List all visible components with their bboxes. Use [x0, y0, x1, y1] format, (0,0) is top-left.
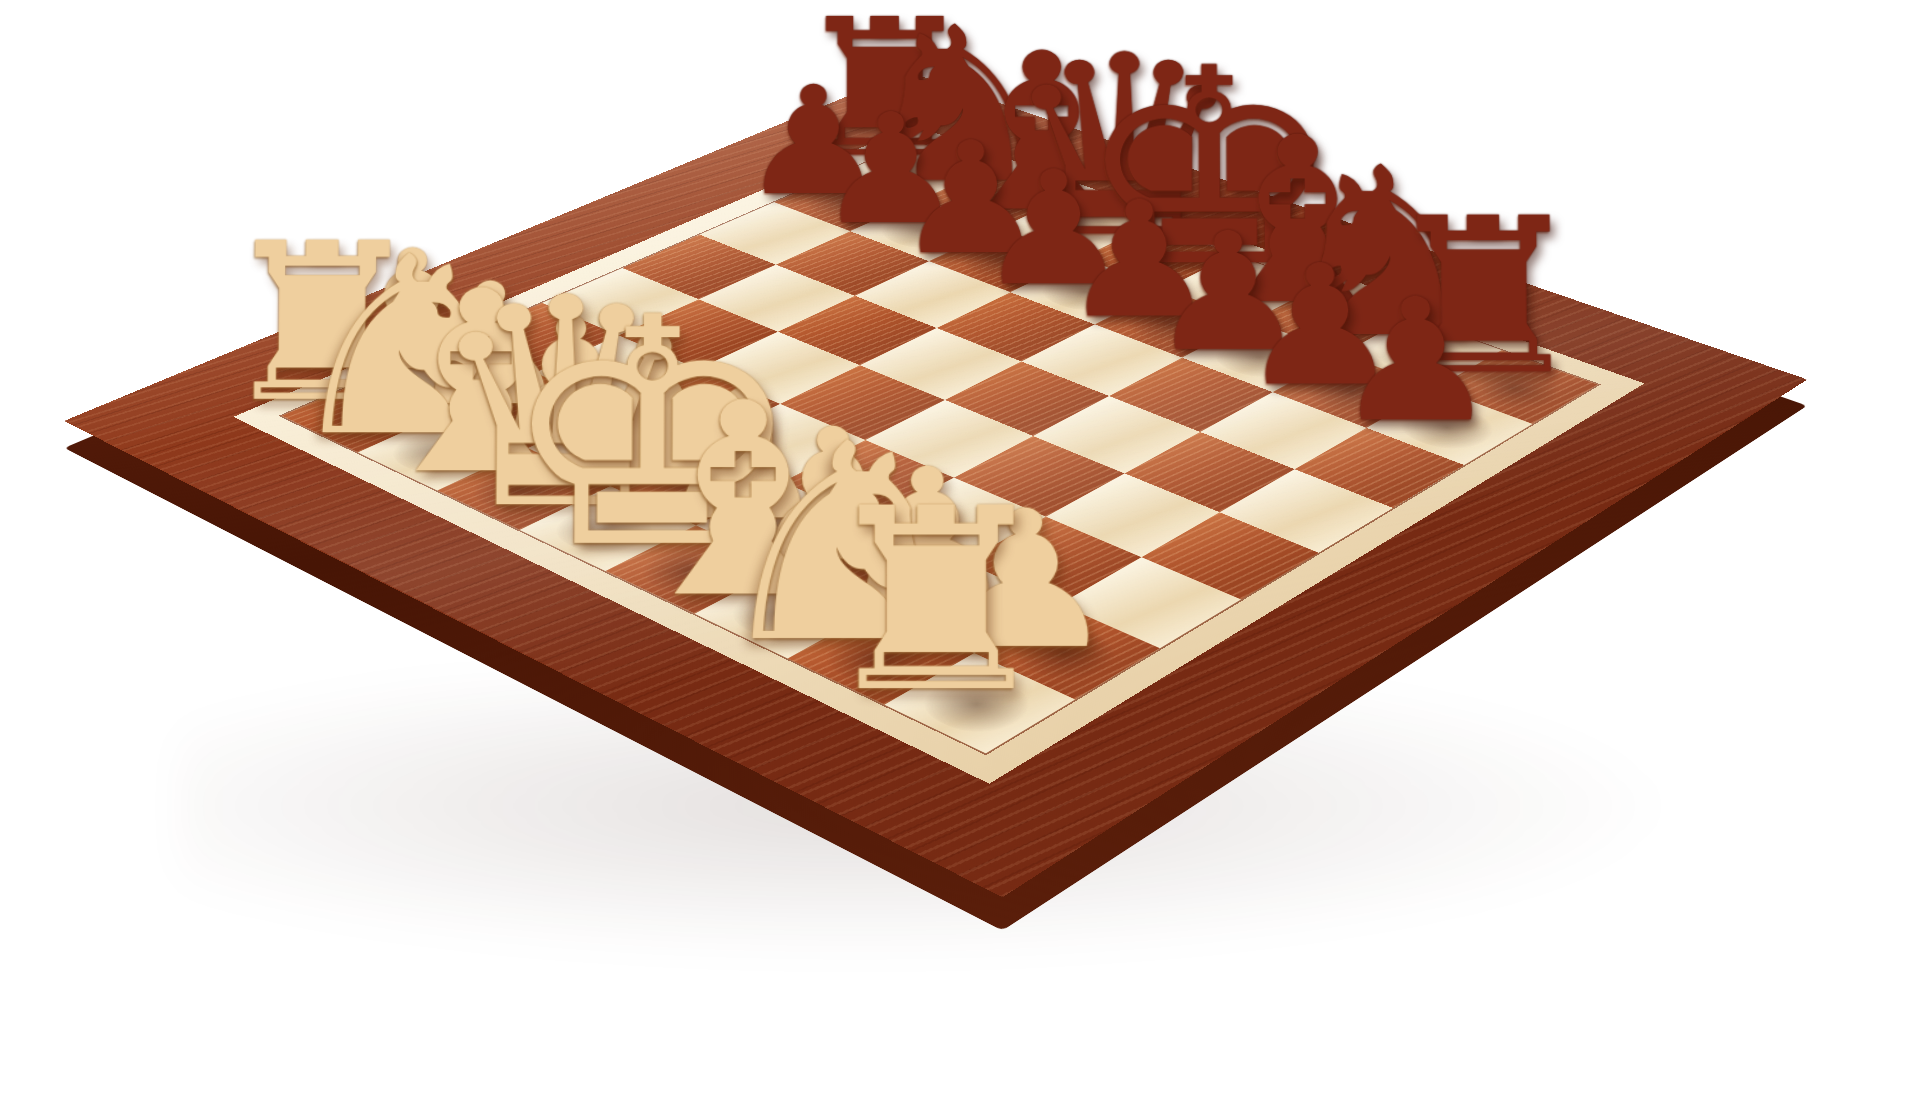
photo-backdrop: ♜♞♝♛♚♝♞♜♟♟♟♟♟♟♟♟♟♟♟♟♟♟♟♟♜♞♝♛♚♝♞♜ — [0, 0, 1920, 1103]
scene: ♜♞♝♛♚♝♞♜♟♟♟♟♟♟♟♟♟♟♟♟♟♟♟♟♜♞♝♛♚♝♞♜ — [0, 0, 1920, 1103]
square-c1: ♝ — [437, 448, 610, 530]
square-f6 — [1109, 358, 1273, 432]
board-frame: ♜♞♝♛♚♝♞♜♟♟♟♟♟♟♟♟♟♟♟♟♟♟♟♟♜♞♝♛♚♝♞♜ — [64, 71, 1807, 897]
chess-board: ♜♞♝♛♚♝♞♜♟♟♟♟♟♟♟♟♟♟♟♟♟♟♟♟♜♞♝♛♚♝♞♜ — [64, 71, 1807, 897]
piece-red-rook-h8: ♜ — [1315, 190, 1653, 405]
piece-white-pawn-a2: ♟ — [244, 228, 580, 393]
piece-red-rook-a8: ♜ — [736, 0, 1035, 184]
maple-border-strip: ♜♞♝♛♚♝♞♜♟♟♟♟♟♟♟♟♟♟♟♟♟♟♟♟♜♞♝♛♚♝♞♜ — [233, 125, 1644, 784]
square-a8: ♜ — [846, 141, 991, 199]
